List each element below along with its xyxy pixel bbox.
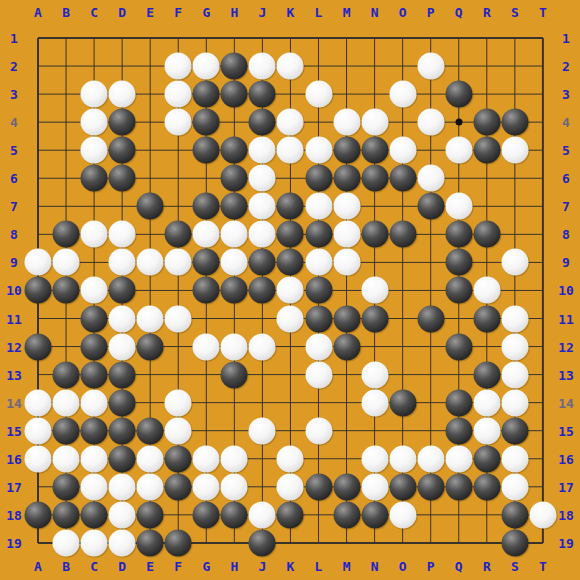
stone-white-O16[interactable] [389,445,416,472]
stone-black-R17[interactable] [473,473,500,500]
stone-white-J2[interactable] [249,53,276,80]
row-label-right-9: 9 [562,256,570,269]
stone-black-D14[interactable] [109,389,136,416]
row-label-right-12: 12 [558,340,574,353]
stone-white-P6[interactable] [417,165,444,192]
row-label-left-6: 6 [10,172,18,185]
stone-white-T18[interactable] [529,501,556,528]
row-label-left-16: 16 [6,452,22,465]
row-label-left-8: 8 [10,228,18,241]
stone-white-C5[interactable] [81,137,108,164]
stone-black-O14[interactable] [389,389,416,416]
stone-white-N14[interactable] [361,389,388,416]
stone-black-Q14[interactable] [445,389,472,416]
stone-black-S15[interactable] [501,417,528,444]
stone-white-E17[interactable] [137,473,164,500]
stone-white-L5[interactable] [305,137,332,164]
row-label-left-2: 2 [10,60,18,73]
stone-white-B9[interactable] [53,249,80,276]
stone-white-C16[interactable] [81,445,108,472]
stone-black-S4[interactable] [501,109,528,136]
stone-white-S5[interactable] [501,137,528,164]
row-label-right-4: 4 [562,116,570,129]
stone-black-Q3[interactable] [445,81,472,108]
col-label-top-C: C [90,6,98,19]
row-label-left-1: 1 [10,32,18,45]
stone-white-S9[interactable] [501,249,528,276]
row-label-right-6: 6 [562,172,570,185]
col-label-bottom-N: N [371,560,379,573]
stone-black-L10[interactable] [305,277,332,304]
stone-black-D13[interactable] [109,361,136,388]
col-label-top-P: P [427,6,435,19]
stone-white-F11[interactable] [165,305,192,332]
col-label-bottom-L: L [315,560,323,573]
stone-white-B19[interactable] [53,529,80,556]
stone-white-G16[interactable] [193,445,220,472]
stone-black-Q10[interactable] [445,277,472,304]
stone-black-H3[interactable] [221,81,248,108]
stone-black-H2[interactable] [221,53,248,80]
stone-black-A12[interactable] [25,333,52,360]
stone-white-F4[interactable] [165,109,192,136]
stone-black-F16[interactable] [165,445,192,472]
stone-black-K9[interactable] [277,249,304,276]
col-label-top-L: L [315,6,323,19]
stone-white-R15[interactable] [473,417,500,444]
stone-black-G4[interactable] [193,109,220,136]
col-label-top-E: E [146,6,154,19]
col-label-top-M: M [343,6,351,19]
row-label-left-13: 13 [6,368,22,381]
stone-black-Q15[interactable] [445,417,472,444]
stone-white-J18[interactable] [249,501,276,528]
stone-white-D12[interactable] [109,333,136,360]
row-label-right-7: 7 [562,200,570,213]
stone-white-D19[interactable] [109,529,136,556]
stone-white-A9[interactable] [25,249,52,276]
row-label-left-14: 14 [6,396,22,409]
col-label-bottom-T: T [539,560,547,573]
col-label-top-H: H [230,6,238,19]
stone-black-M18[interactable] [333,501,360,528]
stone-black-D10[interactable] [109,277,136,304]
row-label-right-15: 15 [558,424,574,437]
stone-white-N13[interactable] [361,361,388,388]
stone-white-D11[interactable] [109,305,136,332]
stone-white-J15[interactable] [249,417,276,444]
stone-black-C13[interactable] [81,361,108,388]
stone-white-C10[interactable] [81,277,108,304]
stone-black-C12[interactable] [81,333,108,360]
stone-white-R14[interactable] [473,389,500,416]
stone-black-J10[interactable] [249,277,276,304]
row-label-right-10: 10 [558,284,574,297]
stone-white-Q7[interactable] [445,193,472,220]
stone-black-J4[interactable] [249,109,276,136]
stone-black-M17[interactable] [333,473,360,500]
stone-black-G9[interactable] [193,249,220,276]
stone-white-F9[interactable] [165,249,192,276]
stone-white-N16[interactable] [361,445,388,472]
stone-white-G8[interactable] [193,221,220,248]
stone-white-P4[interactable] [417,109,444,136]
stone-black-G10[interactable] [193,277,220,304]
stone-white-A14[interactable] [25,389,52,416]
col-label-top-B: B [62,6,70,19]
stone-black-S18[interactable] [501,501,528,528]
stone-white-S12[interactable] [501,333,528,360]
stone-black-N18[interactable] [361,501,388,528]
stone-white-K5[interactable] [277,137,304,164]
stone-black-B18[interactable] [53,501,80,528]
stone-white-E9[interactable] [137,249,164,276]
stone-white-N17[interactable] [361,473,388,500]
stone-white-G2[interactable] [193,53,220,80]
stone-black-P17[interactable] [417,473,444,500]
col-label-top-S: S [511,6,519,19]
col-label-top-O: O [399,6,407,19]
stone-white-O5[interactable] [389,137,416,164]
stone-white-E11[interactable] [137,305,164,332]
stone-white-O18[interactable] [389,501,416,528]
stone-black-O17[interactable] [389,473,416,500]
stone-white-J8[interactable] [249,221,276,248]
stone-white-D9[interactable] [109,249,136,276]
stone-black-N5[interactable] [361,137,388,164]
row-label-left-4: 4 [10,116,18,129]
stone-white-M4[interactable] [333,109,360,136]
stone-white-Q16[interactable] [445,445,472,472]
stone-black-R16[interactable] [473,445,500,472]
stone-black-C6[interactable] [81,165,108,192]
stone-black-B13[interactable] [53,361,80,388]
col-label-bottom-G: G [202,560,210,573]
stone-white-D3[interactable] [109,81,136,108]
row-label-right-8: 8 [562,228,570,241]
row-label-left-3: 3 [10,88,18,101]
stone-white-F15[interactable] [165,417,192,444]
stone-black-L11[interactable] [305,305,332,332]
stone-white-L13[interactable] [305,361,332,388]
stone-white-H12[interactable] [221,333,248,360]
col-label-bottom-M: M [343,560,351,573]
col-label-bottom-P: P [427,560,435,573]
row-label-left-12: 12 [6,340,22,353]
col-label-top-G: G [202,6,210,19]
stone-white-N4[interactable] [361,109,388,136]
stone-black-E18[interactable] [137,501,164,528]
stone-white-F14[interactable] [165,389,192,416]
stone-white-A15[interactable] [25,417,52,444]
stone-black-M6[interactable] [333,165,360,192]
go-game-screenshot: { "game": "go", "board_size": 19, "orien… [0,0,580,580]
stone-white-S16[interactable] [501,445,528,472]
row-label-left-5: 5 [10,144,18,157]
stone-black-D6[interactable] [109,165,136,192]
stone-black-R4[interactable] [473,109,500,136]
stone-black-N6[interactable] [361,165,388,192]
col-label-bottom-F: F [174,560,182,573]
stone-black-R13[interactable] [473,361,500,388]
stone-white-P2[interactable] [417,53,444,80]
stone-white-H8[interactable] [221,221,248,248]
stone-black-C18[interactable] [81,501,108,528]
stone-black-H5[interactable] [221,137,248,164]
stone-white-B14[interactable] [53,389,80,416]
stone-white-C17[interactable] [81,473,108,500]
stone-black-H18[interactable] [221,501,248,528]
col-label-bottom-J: J [258,560,266,573]
stone-black-D4[interactable] [109,109,136,136]
row-label-right-16: 16 [558,452,574,465]
stone-black-J3[interactable] [249,81,276,108]
stone-black-R8[interactable] [473,221,500,248]
stone-white-L7[interactable] [305,193,332,220]
col-label-bottom-A: A [34,560,42,573]
stone-white-J7[interactable] [249,193,276,220]
stone-black-G5[interactable] [193,137,220,164]
col-label-top-A: A [34,6,42,19]
col-label-bottom-O: O [399,560,407,573]
stone-black-A18[interactable] [25,501,52,528]
stone-white-L15[interactable] [305,417,332,444]
row-label-left-18: 18 [6,508,22,521]
stone-black-R11[interactable] [473,305,500,332]
row-label-right-13: 13 [558,368,574,381]
row-label-right-14: 14 [558,396,574,409]
stone-white-K17[interactable] [277,473,304,500]
row-label-left-17: 17 [6,480,22,493]
col-label-top-R: R [483,6,491,19]
row-label-right-17: 17 [558,480,574,493]
col-label-top-J: J [258,6,266,19]
stone-white-N10[interactable] [361,277,388,304]
stone-black-Q8[interactable] [445,221,472,248]
stone-white-S17[interactable] [501,473,528,500]
stone-black-P11[interactable] [417,305,444,332]
stone-white-G17[interactable] [193,473,220,500]
star-point-Q4 [455,119,462,126]
stone-white-S13[interactable] [501,361,528,388]
col-label-bottom-C: C [90,560,98,573]
stone-black-L8[interactable] [305,221,332,248]
stone-black-L6[interactable] [305,165,332,192]
stone-white-G12[interactable] [193,333,220,360]
stone-white-K2[interactable] [277,53,304,80]
stone-white-H16[interactable] [221,445,248,472]
stone-black-C11[interactable] [81,305,108,332]
stone-black-Q12[interactable] [445,333,472,360]
stone-black-E19[interactable] [137,529,164,556]
stone-white-C19[interactable] [81,529,108,556]
stone-white-F3[interactable] [165,81,192,108]
stone-white-S14[interactable] [501,389,528,416]
row-label-right-18: 18 [558,508,574,521]
stone-white-C4[interactable] [81,109,108,136]
row-label-right-5: 5 [562,144,570,157]
col-label-bottom-R: R [483,560,491,573]
stone-white-A16[interactable] [25,445,52,472]
stone-white-M7[interactable] [333,193,360,220]
stone-black-N8[interactable] [361,221,388,248]
stone-black-D15[interactable] [109,417,136,444]
stone-white-K11[interactable] [277,305,304,332]
stone-black-B8[interactable] [53,221,80,248]
stone-black-D16[interactable] [109,445,136,472]
stone-black-E15[interactable] [137,417,164,444]
stone-white-O3[interactable] [389,81,416,108]
stone-white-P16[interactable] [417,445,444,472]
col-label-top-D: D [118,6,126,19]
stone-white-F2[interactable] [165,53,192,80]
stone-black-H10[interactable] [221,277,248,304]
col-label-top-F: F [174,6,182,19]
stone-black-B10[interactable] [53,277,80,304]
stone-white-E16[interactable] [137,445,164,472]
row-label-right-2: 2 [562,60,570,73]
stone-white-H17[interactable] [221,473,248,500]
stone-black-B15[interactable] [53,417,80,444]
stone-black-M12[interactable] [333,333,360,360]
row-label-left-11: 11 [6,312,22,325]
row-label-right-11: 11 [558,312,574,325]
col-label-top-N: N [371,6,379,19]
stone-black-A10[interactable] [25,277,52,304]
stone-black-K7[interactable] [277,193,304,220]
stone-black-M5[interactable] [333,137,360,164]
col-label-bottom-D: D [118,560,126,573]
stone-black-G7[interactable] [193,193,220,220]
stone-black-J9[interactable] [249,249,276,276]
stone-black-P7[interactable] [417,193,444,220]
stone-white-L12[interactable] [305,333,332,360]
stone-black-G18[interactable] [193,501,220,528]
stone-black-R5[interactable] [473,137,500,164]
col-label-bottom-H: H [230,560,238,573]
col-label-bottom-S: S [511,560,519,573]
col-label-bottom-E: E [146,560,154,573]
stone-black-G3[interactable] [193,81,220,108]
col-label-top-K: K [287,6,295,19]
stone-white-B16[interactable] [53,445,80,472]
stone-white-M9[interactable] [333,249,360,276]
stone-black-O6[interactable] [389,165,416,192]
stone-black-L17[interactable] [305,473,332,500]
stone-white-L9[interactable] [305,249,332,276]
stone-black-J19[interactable] [249,529,276,556]
col-label-bottom-Q: Q [455,560,463,573]
stone-white-D8[interactable] [109,221,136,248]
stone-white-J6[interactable] [249,165,276,192]
stone-white-C3[interactable] [81,81,108,108]
stone-white-L3[interactable] [305,81,332,108]
stone-black-E7[interactable] [137,193,164,220]
stone-white-C8[interactable] [81,221,108,248]
stone-white-K10[interactable] [277,277,304,304]
stone-black-Q17[interactable] [445,473,472,500]
row-label-left-19: 19 [6,536,22,549]
stone-white-D17[interactable] [109,473,136,500]
row-label-right-1: 1 [562,32,570,45]
stone-black-H13[interactable] [221,361,248,388]
stone-black-F17[interactable] [165,473,192,500]
stone-white-J12[interactable] [249,333,276,360]
stone-white-R10[interactable] [473,277,500,304]
col-label-top-Q: Q [455,6,463,19]
row-label-left-7: 7 [10,200,18,213]
stone-black-N11[interactable] [361,305,388,332]
stone-white-K4[interactable] [277,109,304,136]
stone-black-Q9[interactable] [445,249,472,276]
stone-black-S19[interactable] [501,529,528,556]
stone-black-O8[interactable] [389,221,416,248]
stone-black-F19[interactable] [165,529,192,556]
stone-black-K8[interactable] [277,221,304,248]
stone-white-J5[interactable] [249,137,276,164]
go-board[interactable]: AABBCCDDEEFFGGHHJJKKLLMMNNOOPPQQRRSSTT11… [0,0,580,580]
col-label-bottom-B: B [62,560,70,573]
stone-black-C15[interactable] [81,417,108,444]
stone-black-H7[interactable] [221,193,248,220]
stone-black-M11[interactable] [333,305,360,332]
stone-white-Q5[interactable] [445,137,472,164]
col-label-bottom-K: K [287,560,295,573]
stone-white-M8[interactable] [333,221,360,248]
stone-black-H6[interactable] [221,165,248,192]
row-label-left-15: 15 [6,424,22,437]
stone-black-D5[interactable] [109,137,136,164]
col-label-top-T: T [539,6,547,19]
stone-white-K16[interactable] [277,445,304,472]
row-label-right-3: 3 [562,88,570,101]
stone-black-B17[interactable] [53,473,80,500]
row-label-left-9: 9 [10,256,18,269]
stone-black-F8[interactable] [165,221,192,248]
stone-white-D18[interactable] [109,501,136,528]
stone-white-H9[interactable] [221,249,248,276]
row-label-right-19: 19 [558,536,574,549]
stone-black-E12[interactable] [137,333,164,360]
stone-white-C14[interactable] [81,389,108,416]
stone-black-K18[interactable] [277,501,304,528]
stone-white-S11[interactable] [501,305,528,332]
row-label-left-10: 10 [6,284,22,297]
